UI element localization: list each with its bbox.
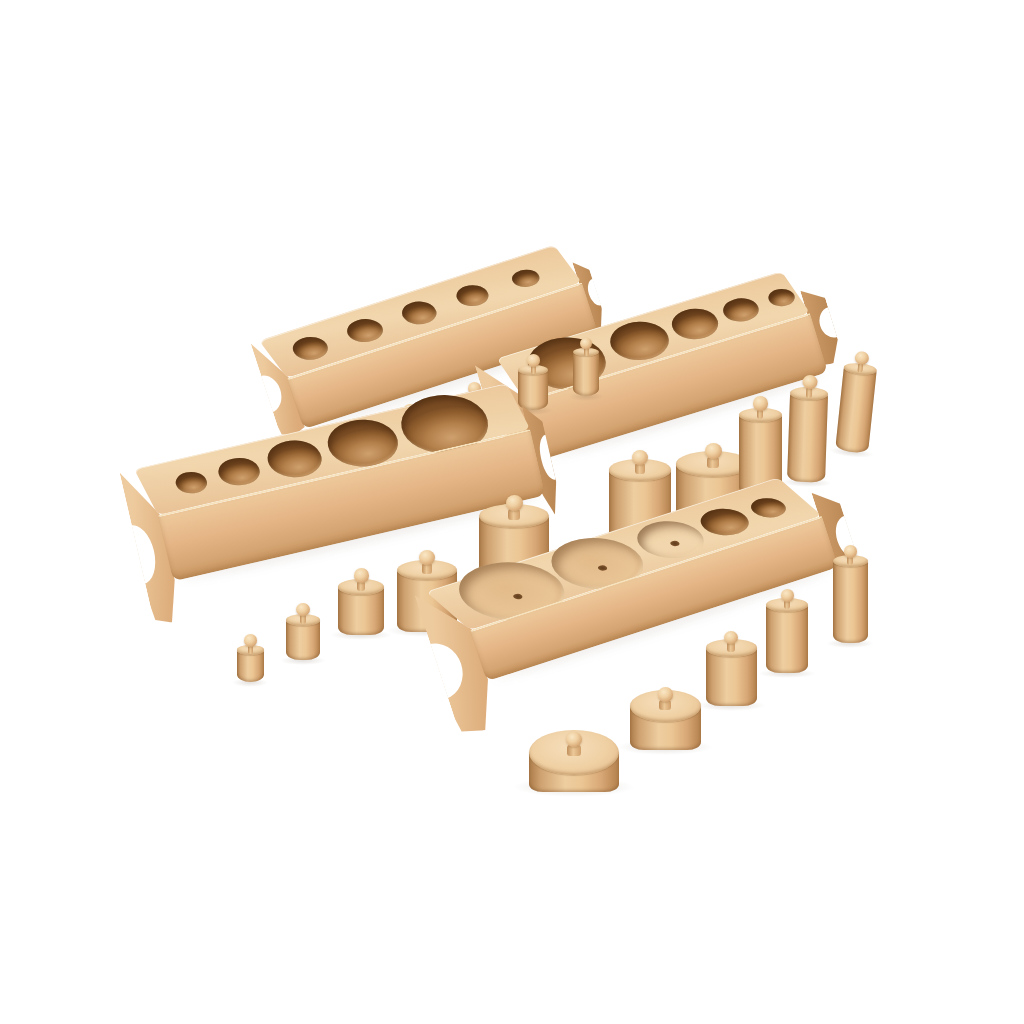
short-medium-cylinder-knob [724,631,738,644]
narrow-tall-cylinder-c [835,350,878,454]
narrow-tall-cylinder-b-knob-stem [806,388,812,399]
narrow-tall-cylinder-c-body [835,367,877,454]
narrow-tall-cylinder-b [787,375,829,483]
block-left-left-end-notch [113,521,160,587]
block-left-socket-2 [213,454,266,489]
background-peg-c-knob [527,354,540,366]
block-right-right-end-notch [815,303,849,341]
narrow-tallest-cylinder [833,545,868,643]
wide-flat-disc-cylinder [529,732,619,792]
small-knob-cylinder-body [286,620,320,660]
xl-knob-cylinder-knob [506,495,523,511]
short-medium-cylinder [706,631,757,706]
block-back-socket-4 [451,282,493,310]
background-peg-d-body [573,352,599,396]
narrow-tall-cylinder-b-body [787,393,828,482]
block-back-left-end-notch [246,372,286,417]
product-photo-montessori-cylinder-blocks [0,0,1024,1024]
narrow-tallest-cylinder-body [833,561,868,643]
background-peg-d [573,338,599,396]
block-right-socket-4 [717,294,764,325]
block-front-socket-1-pinhole [511,593,524,600]
block-right-socket-3 [665,304,726,344]
narrow-medium-cylinder-knob [781,589,794,601]
tiny-knob-cylinder-body [237,650,264,682]
block-front-socket-5 [745,495,793,521]
block-front-socket-3-pinhole [669,540,682,547]
block-left-socket-1 [172,469,212,496]
medium-knob-cylinder [338,568,384,635]
narrow-medium-cylinder-body [766,605,808,673]
wide-knob-cylinder-knob [705,443,722,459]
block-front-socket-2-pinhole [596,565,609,572]
medium-knob-cylinder-knob [354,568,369,582]
tiny-knob-cylinder [237,634,264,682]
block-back-socket-5 [507,266,544,290]
block-front-left-end-notch [404,637,470,707]
block-right-socket-5 [764,286,799,309]
small-knob-cylinder [286,603,320,660]
narrow-medium-cylinder [766,589,808,673]
short-wide-cylinder [630,687,701,750]
block-back-socket-1 [287,333,333,363]
block-back-socket-2 [341,315,389,346]
block-back-socket-3 [397,298,442,327]
block-left-socket-3 [260,436,329,482]
short-medium-cylinder-body [706,648,757,706]
